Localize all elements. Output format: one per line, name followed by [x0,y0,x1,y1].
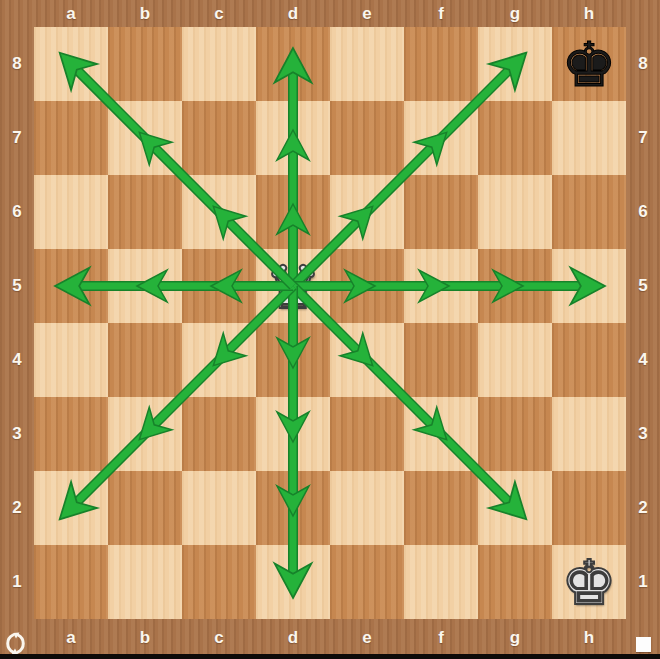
square-h5[interactable] [552,249,626,323]
chess-diagram: aabbccddeeffgghh8877665544332211 ♛♚♚ [0,0,660,659]
square-a6[interactable] [34,175,108,249]
square-h4[interactable] [552,323,626,397]
rank-label-right-5: 5 [626,249,660,323]
file-label-top-e: e [330,0,404,27]
square-e6[interactable] [330,175,404,249]
square-c7[interactable] [182,101,256,175]
square-b3[interactable] [108,397,182,471]
square-b2[interactable] [108,471,182,545]
square-e4[interactable] [330,323,404,397]
white-to-move-indicator [636,637,651,652]
square-a8[interactable] [34,27,108,101]
square-d3[interactable] [256,397,330,471]
square-h7[interactable] [552,101,626,175]
square-f2[interactable] [404,471,478,545]
square-g6[interactable] [478,175,552,249]
square-g4[interactable] [478,323,552,397]
square-a1[interactable] [34,545,108,619]
file-label-bottom-e: e [330,624,404,651]
square-h6[interactable] [552,175,626,249]
square-e1[interactable] [330,545,404,619]
rank-label-left-2: 2 [0,471,34,545]
square-b7[interactable] [108,101,182,175]
square-c4[interactable] [182,323,256,397]
rank-label-right-8: 8 [626,27,660,101]
square-d8[interactable] [256,27,330,101]
file-label-bottom-f: f [404,624,478,651]
square-h3[interactable] [552,397,626,471]
square-f5[interactable] [404,249,478,323]
file-label-bottom-g: g [478,624,552,651]
square-g3[interactable] [478,397,552,471]
file-label-bottom-b: b [108,624,182,651]
file-label-top-h: h [552,0,626,27]
piece-white-queen-d5[interactable]: ♛ [256,249,330,323]
rank-label-right-2: 2 [626,471,660,545]
square-e8[interactable] [330,27,404,101]
square-a3[interactable] [34,397,108,471]
file-label-top-g: g [478,0,552,27]
square-b5[interactable] [108,249,182,323]
rank-label-left-6: 6 [0,175,34,249]
square-g1[interactable] [478,545,552,619]
square-b6[interactable] [108,175,182,249]
file-label-bottom-a: a [34,624,108,651]
square-c6[interactable] [182,175,256,249]
square-g2[interactable] [478,471,552,545]
square-a5[interactable] [34,249,108,323]
square-d7[interactable] [256,101,330,175]
rank-label-right-6: 6 [626,175,660,249]
rank-label-left-8: 8 [0,27,34,101]
square-f4[interactable] [404,323,478,397]
square-f7[interactable] [404,101,478,175]
rank-label-right-4: 4 [626,323,660,397]
square-g8[interactable] [478,27,552,101]
rank-label-left-5: 5 [0,249,34,323]
square-c3[interactable] [182,397,256,471]
square-g5[interactable] [478,249,552,323]
bottom-strip [0,654,660,659]
square-b1[interactable] [108,545,182,619]
square-b4[interactable] [108,323,182,397]
file-label-top-c: c [182,0,256,27]
square-c5[interactable] [182,249,256,323]
square-c1[interactable] [182,545,256,619]
square-d6[interactable] [256,175,330,249]
file-label-top-d: d [256,0,330,27]
square-f1[interactable] [404,545,478,619]
square-d1[interactable] [256,545,330,619]
rank-label-right-1: 1 [626,545,660,619]
square-e5[interactable] [330,249,404,323]
file-label-bottom-h: h [552,624,626,651]
file-label-bottom-d: d [256,624,330,651]
piece-white-king-h1[interactable]: ♚ [552,545,626,619]
square-f3[interactable] [404,397,478,471]
square-e3[interactable] [330,397,404,471]
file-label-top-b: b [108,0,182,27]
file-label-top-f: f [404,0,478,27]
square-g7[interactable] [478,101,552,175]
square-d4[interactable] [256,323,330,397]
rank-label-left-4: 4 [0,323,34,397]
square-a7[interactable] [34,101,108,175]
square-f6[interactable] [404,175,478,249]
rank-label-left-3: 3 [0,397,34,471]
square-a2[interactable] [34,471,108,545]
chess-board [34,27,626,619]
rank-label-left-7: 7 [0,101,34,175]
square-f8[interactable] [404,27,478,101]
square-e7[interactable] [330,101,404,175]
rank-label-left-1: 1 [0,545,34,619]
square-e2[interactable] [330,471,404,545]
square-c2[interactable] [182,471,256,545]
square-d2[interactable] [256,471,330,545]
square-a4[interactable] [34,323,108,397]
rank-label-right-7: 7 [626,101,660,175]
square-b8[interactable] [108,27,182,101]
rank-label-right-3: 3 [626,397,660,471]
square-h2[interactable] [552,471,626,545]
file-label-top-a: a [34,0,108,27]
file-label-bottom-c: c [182,624,256,651]
square-c8[interactable] [182,27,256,101]
flip-board-icon[interactable] [4,632,28,655]
piece-black-king-h8[interactable]: ♚ [552,27,626,101]
